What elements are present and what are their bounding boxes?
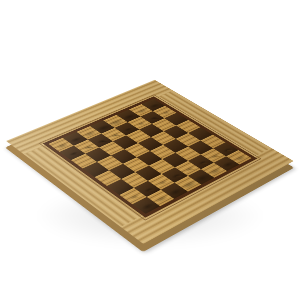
chessboard: ♜♞♝♛♚♝♞♜♟♟♟♟♟♟♟♟♟♟♟♟♟♟♟♟♜♞♝♛♚♝♞♜ <box>6 80 294 244</box>
product-photo-canvas: ♜♞♝♛♚♝♞♜♟♟♟♟♟♟♟♟♟♟♟♟♟♟♟♟♜♞♝♛♚♝♞♜ <box>0 0 300 300</box>
white-rook-glyph: ♜ <box>137 184 159 208</box>
scene-3d: ♜♞♝♛♚♝♞♜♟♟♟♟♟♟♟♟♟♟♟♟♟♟♟♟♜♞♝♛♚♝♞♜ <box>0 0 300 300</box>
